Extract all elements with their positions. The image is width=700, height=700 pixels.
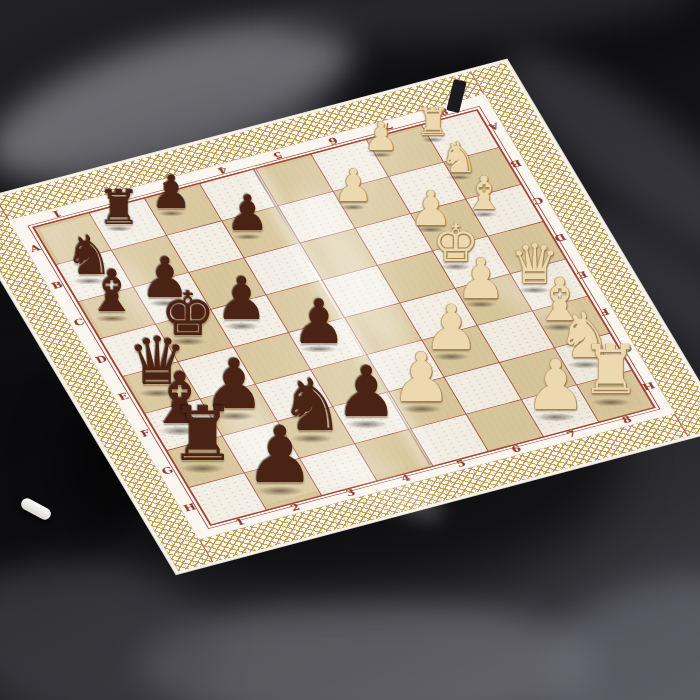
light-pawn-G5[interactable]: ♟ [391, 344, 452, 412]
dark-rook-G1[interactable]: ♜ [169, 396, 236, 471]
light-pawn-B6[interactable]: ♟ [333, 164, 373, 209]
dark-pawn-D3[interactable]: ♟ [215, 269, 268, 328]
dark-pawn-E4[interactable]: ♟ [292, 290, 347, 351]
dark-pawn-B4[interactable]: ♟ [226, 189, 270, 238]
dark-bishop-C1[interactable]: ♝ [86, 263, 138, 321]
photo-scene: AABBCCDDEEFFGGHH1122334455667788 ♜♟♞♟♝♟♚… [0, 0, 700, 700]
dark-pawn-A3[interactable]: ♟ [151, 169, 192, 215]
light-rook-H8[interactable]: ♜ [581, 338, 641, 405]
light-pawn-A7[interactable]: ♟ [364, 117, 399, 156]
light-bishop-C8[interactable]: ♝ [463, 170, 504, 216]
dark-pawn-H2[interactable]: ♟ [245, 416, 315, 494]
light-pawn-H7[interactable]: ♟ [525, 351, 587, 420]
dark-pawn-G4[interactable]: ♟ [335, 357, 398, 427]
